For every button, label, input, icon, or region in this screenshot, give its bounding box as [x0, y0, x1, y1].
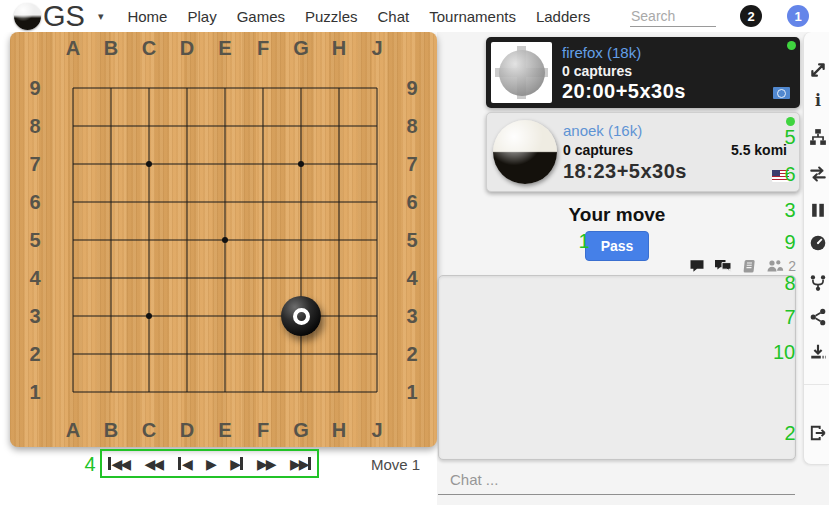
intersection-H5[interactable]: [320, 221, 358, 259]
share-icon[interactable]: [809, 308, 827, 326]
intersection-C6[interactable]: [130, 183, 168, 221]
black-stone-G3: [281, 296, 321, 336]
intersection-B4[interactable]: [92, 259, 130, 297]
intersection-D9[interactable]: [168, 69, 206, 107]
white-captures: 0 captures: [563, 142, 633, 158]
white-player-card[interactable]: anoek (16k) 0 captures 5.5 komi 18:23+5x…: [486, 112, 800, 192]
intersection-D4[interactable]: [168, 259, 206, 297]
black-clock: 20:00+5x30s: [562, 80, 686, 103]
nav-item-chat[interactable]: Chat: [368, 8, 420, 25]
intersection-E9[interactable]: [206, 69, 244, 107]
coordinate-label: H: [332, 38, 346, 58]
intersection-D7[interactable]: [168, 145, 206, 183]
intersection-C7[interactable]: [130, 145, 168, 183]
coordinate-label: 1: [29, 382, 40, 402]
intersection-H6[interactable]: [320, 183, 358, 221]
observers-icon[interactable]: [766, 258, 784, 274]
quick-chat-icon[interactable]: [714, 258, 732, 274]
fork-game-icon[interactable]: [809, 274, 827, 292]
swap-arrows-icon[interactable]: [809, 165, 827, 183]
intersection-H7[interactable]: [320, 145, 358, 183]
coordinate-label: A: [66, 420, 80, 440]
intersection-B7[interactable]: [92, 145, 130, 183]
intersection-A9[interactable]: [54, 69, 92, 107]
sign-out-icon[interactable]: [809, 424, 827, 442]
un-flag-icon: [773, 87, 790, 99]
nav-item-games[interactable]: Games: [227, 8, 295, 25]
intersection-D1[interactable]: [168, 373, 206, 411]
pause-icon[interactable]: [809, 201, 827, 219]
coordinate-label: 7: [406, 154, 417, 174]
coordinate-label: 5: [406, 230, 417, 250]
intersection-H3[interactable]: [320, 297, 358, 335]
white-online-dot-icon: [786, 117, 795, 126]
intersection-A2[interactable]: [54, 335, 92, 373]
last-move-marker: [293, 308, 310, 325]
intersection-F5[interactable]: [244, 221, 282, 259]
intersection-E6[interactable]: [206, 183, 244, 221]
annotation-label-3: 3: [784, 200, 795, 220]
coordinate-label: E: [218, 420, 231, 440]
coordinate-label: F: [257, 420, 269, 440]
intersection-E5[interactable]: [206, 221, 244, 259]
intersection-H1[interactable]: [320, 373, 358, 411]
ogs-game-page: GS ▾ HomePlayGamesPuzzlesChatTournaments…: [0, 0, 829, 505]
coordinate-label: 8: [406, 116, 417, 136]
intersection-J6[interactable]: [358, 183, 396, 221]
chat-input[interactable]: [438, 468, 795, 495]
chevron-down-icon[interactable]: ▾: [98, 10, 104, 23]
intersection-E4[interactable]: [206, 259, 244, 297]
notification-badge[interactable]: 2: [740, 5, 762, 27]
intersection-C4[interactable]: [130, 259, 168, 297]
intersection-C1[interactable]: [130, 373, 168, 411]
annotation-label-9: 9: [784, 232, 795, 252]
annotation-label-8: 8: [784, 273, 795, 293]
black-player-avatar: [491, 42, 552, 103]
coordinate-label: 4: [406, 268, 417, 288]
coordinate-label: 7: [29, 154, 40, 174]
intersection-D6[interactable]: [168, 183, 206, 221]
intersection-J8[interactable]: [358, 107, 396, 145]
coordinate-label: 2: [406, 344, 417, 364]
intersection-A6[interactable]: [54, 183, 92, 221]
intersection-D3[interactable]: [168, 297, 206, 335]
annotation-label-5: 5: [784, 127, 795, 147]
intersection-B2[interactable]: [92, 335, 130, 373]
intersection-A5[interactable]: [54, 221, 92, 259]
coordinate-label: F: [257, 38, 269, 58]
annotation-label-4: 4: [84, 454, 95, 474]
chat-bubble-icon[interactable]: [689, 258, 705, 274]
intersection-B1[interactable]: [92, 373, 130, 411]
coordinate-label: 4: [29, 268, 40, 288]
intersection-C2[interactable]: [130, 335, 168, 373]
intersection-H2[interactable]: [320, 335, 358, 373]
coordinate-label: 9: [406, 78, 417, 98]
intersection-E7[interactable]: [206, 145, 244, 183]
intersection-B3[interactable]: [92, 297, 130, 335]
download-sgf-icon[interactable]: [809, 343, 827, 361]
game-log-icon[interactable]: [741, 258, 757, 274]
nav-item-play[interactable]: Play: [177, 8, 226, 25]
ogs-logo[interactable]: GS ▾: [14, 2, 103, 31]
intersection-G1[interactable]: [282, 373, 320, 411]
intersection-A1[interactable]: [54, 373, 92, 411]
coordinate-label: 6: [29, 192, 40, 212]
coordinate-label: 8: [29, 116, 40, 136]
intersection-H9[interactable]: [320, 69, 358, 107]
coordinate-label: 2: [29, 344, 40, 364]
intersection-J5[interactable]: [358, 221, 396, 259]
annotation-label-7: 7: [784, 307, 795, 327]
intersection-C3[interactable]: [130, 297, 168, 335]
intersection-A3[interactable]: [54, 297, 92, 335]
score-estimate-gauge-icon[interactable]: [809, 234, 827, 252]
pass-button[interactable]: Pass: [585, 231, 650, 261]
coordinate-label: J: [371, 38, 382, 58]
intersection-G9[interactable]: [282, 69, 320, 107]
intersection-F4[interactable]: [244, 259, 282, 297]
intersection-J3[interactable]: [358, 297, 396, 335]
intersection-G5[interactable]: [282, 221, 320, 259]
coordinate-label: C: [142, 38, 156, 58]
top-navbar: GS ▾ HomePlayGamesPuzzlesChatTournaments…: [0, 0, 829, 32]
white-player-name[interactable]: anoek (16k): [563, 122, 642, 139]
intersection-F2[interactable]: [244, 335, 282, 373]
coordinate-label: 1: [406, 382, 417, 402]
coordinate-label: D: [180, 38, 194, 58]
intersection-F9[interactable]: [244, 69, 282, 107]
intersection-C5[interactable]: [130, 221, 168, 259]
intersection-F1[interactable]: [244, 373, 282, 411]
coordinate-label: C: [142, 420, 156, 440]
intersection-E8[interactable]: [206, 107, 244, 145]
komi-value: 5.5 komi: [731, 142, 787, 158]
intersection-G4[interactable]: [282, 259, 320, 297]
intersection-B6[interactable]: [92, 183, 130, 221]
coordinate-label: G: [293, 420, 309, 440]
intersection-J1[interactable]: [358, 373, 396, 411]
action-area: Your move Pass: [438, 204, 796, 261]
intersection-G6[interactable]: [282, 183, 320, 221]
nav-item-home[interactable]: Home: [117, 8, 177, 25]
board-grid: [54, 69, 396, 411]
intersection-F3[interactable]: [244, 297, 282, 335]
intersection-F6[interactable]: [244, 183, 282, 221]
coordinate-label: 6: [406, 192, 417, 212]
intersection-E1[interactable]: [206, 373, 244, 411]
intersection-E2[interactable]: [206, 335, 244, 373]
move-tree-icon[interactable]: [809, 128, 827, 146]
coordinate-label: 3: [406, 306, 417, 326]
black-captures: 0 captures: [562, 63, 632, 79]
intersection-G2[interactable]: [282, 335, 320, 373]
coordinate-label: B: [104, 420, 118, 440]
go-board[interactable]: AABBCCDDEEFFGGHHJJ998877665544332211: [10, 32, 437, 447]
annotation-label-1: 1: [578, 231, 589, 251]
intersection-C9[interactable]: [130, 69, 168, 107]
sidebar-divider: [804, 384, 829, 385]
coordinate-label: 5: [29, 230, 40, 250]
white-player-avatar: [493, 120, 557, 184]
intersection-A8[interactable]: [54, 107, 92, 145]
nav-menu: HomePlayGamesPuzzlesChatTournamentsLadde…: [117, 8, 600, 25]
intersection-J7[interactable]: [358, 145, 396, 183]
intersection-A7[interactable]: [54, 145, 92, 183]
annotation-label-2: 2: [784, 423, 795, 443]
nav-item-ladders[interactable]: Ladders: [526, 8, 600, 25]
svg-text:i: i: [815, 91, 821, 109]
intersection-H8[interactable]: [320, 107, 358, 145]
intersection-G3[interactable]: [282, 297, 320, 335]
annotation-label-10: 10: [773, 342, 795, 362]
intersection-C8[interactable]: [130, 107, 168, 145]
annotation-rect: [100, 449, 319, 478]
intersection-F7[interactable]: [244, 145, 282, 183]
fullscreen-icon[interactable]: [809, 61, 827, 79]
intersection-H4[interactable]: [320, 259, 358, 297]
coordinate-label: B: [104, 38, 118, 58]
move-prompt: Your move: [438, 204, 796, 226]
intersection-D2[interactable]: [168, 335, 206, 373]
black-player-card[interactable]: firefox (18k) 0 captures 20:00+5x30s: [486, 37, 800, 108]
nav-item-puzzles[interactable]: Puzzles: [295, 8, 368, 25]
black-online-dot-icon: [787, 41, 796, 50]
intersection-G7[interactable]: [282, 145, 320, 183]
white-clock: 18:23+5x30s: [563, 160, 687, 183]
coordinate-label: J: [371, 420, 382, 440]
intersection-B5[interactable]: [92, 221, 130, 259]
intersection-D8[interactable]: [168, 107, 206, 145]
go-stone-logo-icon: [14, 3, 41, 30]
info-icon[interactable]: i: [809, 91, 827, 109]
intersection-F8[interactable]: [244, 107, 282, 145]
intersection-E3[interactable]: [206, 297, 244, 335]
intersection-G8[interactable]: [282, 107, 320, 145]
chat-tabs: 2: [438, 258, 796, 274]
logo-text: GS: [43, 2, 85, 31]
intersection-J2[interactable]: [358, 335, 396, 373]
intersection-B9[interactable]: [92, 69, 130, 107]
coordinate-label: 3: [29, 306, 40, 326]
coordinate-label: G: [293, 38, 309, 58]
game-sidebar: i: [803, 32, 829, 465]
black-player-name[interactable]: firefox (18k): [562, 44, 641, 61]
coordinate-label: A: [66, 38, 80, 58]
coordinate-label: E: [218, 38, 231, 58]
coordinate-label: D: [180, 420, 194, 440]
coordinate-label: H: [332, 420, 346, 440]
intersection-D5[interactable]: [168, 221, 206, 259]
move-number-label: Move 1: [371, 456, 420, 473]
search-input[interactable]: [630, 6, 716, 27]
nav-item-tournaments[interactable]: Tournaments: [419, 8, 526, 25]
intersection-J4[interactable]: [358, 259, 396, 297]
intersection-J9[interactable]: [358, 69, 396, 107]
chat-log[interactable]: [438, 275, 796, 460]
annotation-label-6: 6: [784, 164, 795, 184]
friends-online-badge[interactable]: 1: [787, 5, 809, 27]
intersection-B8[interactable]: [92, 107, 130, 145]
intersection-A4[interactable]: [54, 259, 92, 297]
coordinate-label: 9: [29, 78, 40, 98]
